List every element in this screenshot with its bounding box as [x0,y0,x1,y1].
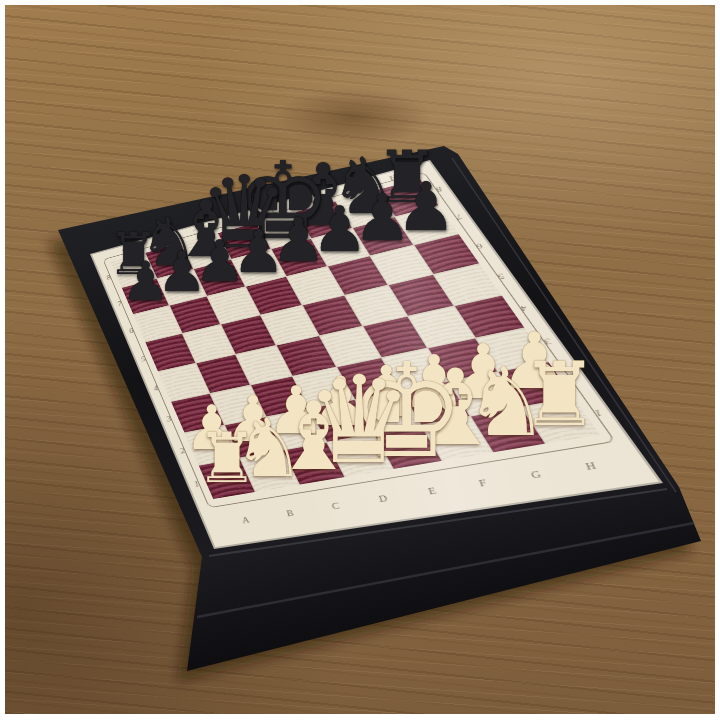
file-label-bottom-h: H [582,460,598,471]
file-label-bottom-d: D [376,493,389,504]
file-label-bottom-a: A [240,515,250,525]
file-label-bottom-g: G [528,469,543,480]
file-label-top-c: C [192,228,201,236]
file-label-bottom-e: E [425,485,437,496]
file-label-bottom-b: B [284,508,295,518]
file-label-bottom-c: C [329,500,341,510]
product-photo: 88AA77BB66CC55DD44EE33FF22GG11HH ♜♞♝♛♚♝♞… [0,0,720,720]
file-label-bottom-f: F [476,477,489,488]
